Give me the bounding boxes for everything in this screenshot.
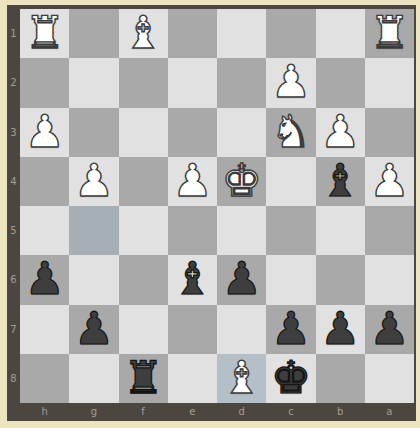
board-frame: 12345678 hgfedcba ♜♝♜♟♟♞♟♟♟♚♝♟♟♝♟♟♟♟♟♜♝♚ [7, 5, 416, 421]
square-b5[interactable] [316, 206, 365, 255]
square-g3[interactable] [69, 108, 118, 157]
square-c7[interactable]: ♟ [266, 305, 315, 354]
piece-black-pawn[interactable]: ♟ [369, 304, 409, 353]
square-g2[interactable] [69, 58, 118, 107]
square-a7[interactable]: ♟ [365, 305, 414, 354]
square-c8[interactable]: ♚ [266, 354, 315, 403]
file-label-d: d [217, 403, 266, 421]
square-b8[interactable] [316, 354, 365, 403]
square-h2[interactable] [20, 58, 69, 107]
square-b3[interactable]: ♟ [316, 108, 365, 157]
piece-white-rook[interactable]: ♜ [24, 8, 64, 57]
square-c6[interactable] [266, 255, 315, 304]
square-h5[interactable] [20, 206, 69, 255]
square-c2[interactable]: ♟ [266, 58, 315, 107]
square-f4[interactable] [119, 157, 168, 206]
square-e6[interactable]: ♝ [168, 255, 217, 304]
square-d2[interactable] [217, 58, 266, 107]
square-d1[interactable] [217, 9, 266, 58]
square-f6[interactable] [119, 255, 168, 304]
piece-black-pawn[interactable]: ♟ [74, 304, 114, 353]
square-e1[interactable] [168, 9, 217, 58]
square-f8[interactable]: ♜ [119, 354, 168, 403]
piece-white-king[interactable]: ♚ [221, 156, 261, 205]
square-e4[interactable]: ♟ [168, 157, 217, 206]
square-h8[interactable] [20, 354, 69, 403]
square-d4[interactable]: ♚ [217, 157, 266, 206]
square-a6[interactable] [365, 255, 414, 304]
rank-label-5: 5 [7, 206, 20, 255]
square-a3[interactable] [365, 108, 414, 157]
piece-black-pawn[interactable]: ♟ [24, 254, 64, 303]
square-d5[interactable] [217, 206, 266, 255]
square-f7[interactable] [119, 305, 168, 354]
square-c1[interactable] [266, 9, 315, 58]
rank-label-4: 4 [7, 157, 20, 206]
square-c4[interactable] [266, 157, 315, 206]
piece-white-bishop[interactable]: ♝ [221, 353, 261, 402]
square-b2[interactable] [316, 58, 365, 107]
square-h3[interactable]: ♟ [20, 108, 69, 157]
square-e2[interactable] [168, 58, 217, 107]
file-label-e: e [168, 403, 217, 421]
file-label-h: h [20, 403, 69, 421]
piece-black-bishop[interactable]: ♝ [320, 156, 360, 205]
piece-black-pawn[interactable]: ♟ [271, 304, 311, 353]
square-h6[interactable]: ♟ [20, 255, 69, 304]
square-e3[interactable] [168, 108, 217, 157]
square-g1[interactable] [69, 9, 118, 58]
square-d7[interactable] [217, 305, 266, 354]
square-g8[interactable] [69, 354, 118, 403]
rank-label-6: 6 [7, 255, 20, 304]
piece-white-bishop[interactable]: ♝ [123, 8, 163, 57]
square-a4[interactable]: ♟ [365, 157, 414, 206]
piece-black-pawn[interactable]: ♟ [221, 254, 261, 303]
square-a1[interactable]: ♜ [365, 9, 414, 58]
piece-white-pawn[interactable]: ♟ [172, 156, 212, 205]
piece-white-pawn[interactable]: ♟ [320, 107, 360, 156]
square-d3[interactable] [217, 108, 266, 157]
file-label-a: a [365, 403, 414, 421]
piece-black-rook[interactable]: ♜ [123, 353, 163, 402]
square-f3[interactable] [119, 108, 168, 157]
file-label-f: f [119, 403, 168, 421]
square-f5[interactable] [119, 206, 168, 255]
square-b7[interactable]: ♟ [316, 305, 365, 354]
piece-white-pawn[interactable]: ♟ [74, 156, 114, 205]
square-a2[interactable] [365, 58, 414, 107]
piece-white-rook[interactable]: ♜ [369, 8, 409, 57]
square-h1[interactable]: ♜ [20, 9, 69, 58]
square-h4[interactable] [20, 157, 69, 206]
chess-board: ♜♝♜♟♟♞♟♟♟♚♝♟♟♝♟♟♟♟♟♜♝♚ [20, 9, 414, 403]
square-d8[interactable]: ♝ [217, 354, 266, 403]
square-f2[interactable] [119, 58, 168, 107]
square-d6[interactable]: ♟ [217, 255, 266, 304]
square-a5[interactable] [365, 206, 414, 255]
square-b1[interactable] [316, 9, 365, 58]
piece-white-knight[interactable]: ♞ [271, 107, 311, 156]
square-e8[interactable] [168, 354, 217, 403]
rank-label-1: 1 [7, 9, 20, 58]
square-g5[interactable] [69, 206, 118, 255]
rank-label-3: 3 [7, 108, 20, 157]
square-a8[interactable] [365, 354, 414, 403]
piece-white-pawn[interactable]: ♟ [271, 57, 311, 106]
square-g7[interactable]: ♟ [69, 305, 118, 354]
file-label-g: g [69, 403, 118, 421]
rank-label-2: 2 [7, 58, 20, 107]
piece-black-king[interactable]: ♚ [271, 353, 311, 402]
rank-label-7: 7 [7, 305, 20, 354]
square-c3[interactable]: ♞ [266, 108, 315, 157]
file-label-c: c [266, 403, 315, 421]
rank-label-8: 8 [7, 354, 20, 403]
chess-board-screenshot: 12345678 hgfedcba ♜♝♜♟♟♞♟♟♟♚♝♟♟♝♟♟♟♟♟♜♝♚ [0, 0, 420, 428]
piece-black-pawn[interactable]: ♟ [320, 304, 360, 353]
square-b6[interactable] [316, 255, 365, 304]
square-f1[interactable]: ♝ [119, 9, 168, 58]
square-g4[interactable]: ♟ [69, 157, 118, 206]
square-c5[interactable] [266, 206, 315, 255]
square-h7[interactable] [20, 305, 69, 354]
file-label-b: b [316, 403, 365, 421]
piece-black-bishop[interactable]: ♝ [172, 254, 212, 303]
square-g6[interactable] [69, 255, 118, 304]
piece-white-pawn[interactable]: ♟ [369, 156, 409, 205]
square-b4[interactable]: ♝ [316, 157, 365, 206]
square-e7[interactable] [168, 305, 217, 354]
square-e5[interactable] [168, 206, 217, 255]
piece-white-pawn[interactable]: ♟ [24, 107, 64, 156]
